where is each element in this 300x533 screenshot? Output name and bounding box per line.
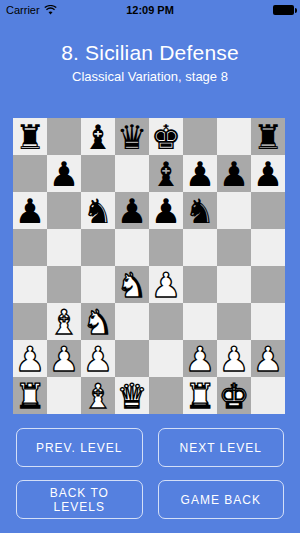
black-pawn-piece: ♟ (185, 157, 215, 191)
square-h2[interactable]: ♟ (251, 340, 285, 377)
white-rook-piece: ♜ (15, 379, 45, 413)
square-b5[interactable] (47, 229, 81, 266)
status-bar: Carrier 12:09 PM (0, 0, 300, 20)
white-pawn-piece: ♟ (151, 268, 181, 302)
black-pawn-piece: ♟ (15, 194, 45, 228)
square-c4[interactable] (81, 266, 115, 303)
app-screen: Carrier 12:09 PM 8. Sicilian Defense Cla… (0, 0, 300, 533)
square-g6[interactable] (217, 192, 251, 229)
square-g5[interactable] (217, 229, 251, 266)
page-subtitle: Classical Variation, stage 8 (0, 69, 300, 84)
square-b6[interactable] (47, 192, 81, 229)
black-pawn-piece: ♟ (219, 157, 249, 191)
square-c3[interactable]: ♞ (81, 303, 115, 340)
square-h5[interactable] (251, 229, 285, 266)
square-f7[interactable]: ♟ (183, 155, 217, 192)
battery-icon (273, 5, 294, 15)
square-a2[interactable]: ♟ (13, 340, 47, 377)
square-f2[interactable]: ♟ (183, 340, 217, 377)
square-c7[interactable] (81, 155, 115, 192)
square-d2[interactable] (115, 340, 149, 377)
white-pawn-piece: ♟ (185, 342, 215, 376)
black-knight-piece: ♞ (185, 194, 215, 228)
black-pawn-piece: ♟ (253, 157, 283, 191)
square-h3[interactable] (251, 303, 285, 340)
square-g8[interactable] (217, 118, 251, 155)
white-queen-piece: ♛ (117, 379, 147, 413)
square-e8[interactable]: ♚ (149, 118, 183, 155)
square-d1[interactable]: ♛ (115, 377, 149, 414)
square-h7[interactable]: ♟ (251, 155, 285, 192)
black-king-piece: ♚ (151, 120, 181, 154)
square-b3[interactable]: ♝ (47, 303, 81, 340)
square-f3[interactable] (183, 303, 217, 340)
white-knight-piece: ♞ (83, 305, 113, 339)
next-level-button[interactable]: NEXT LEVEL (158, 428, 285, 467)
black-bishop-piece: ♝ (83, 120, 113, 154)
square-c5[interactable] (81, 229, 115, 266)
black-pawn-piece: ♟ (49, 157, 79, 191)
white-pawn-piece: ♟ (15, 342, 45, 376)
chess-board: ♜♝♛♚♜♟♝♟♟♟♟♞♟♟♞♞♟♝♞♟♟♟♟♟♟♜♝♛♜♚ (13, 118, 285, 414)
square-d5[interactable] (115, 229, 149, 266)
square-c6[interactable]: ♞ (81, 192, 115, 229)
white-bishop-piece: ♝ (49, 305, 79, 339)
white-knight-piece: ♞ (117, 268, 147, 302)
black-pawn-piece: ♟ (151, 194, 181, 228)
square-g7[interactable]: ♟ (217, 155, 251, 192)
square-a6[interactable]: ♟ (13, 192, 47, 229)
back-to-levels-button[interactable]: BACK TO LEVELS (16, 480, 143, 519)
white-pawn-piece: ♟ (83, 342, 113, 376)
square-h4[interactable] (251, 266, 285, 303)
white-king-piece: ♚ (219, 379, 249, 413)
square-a1[interactable]: ♜ (13, 377, 47, 414)
square-a8[interactable]: ♜ (13, 118, 47, 155)
square-e1[interactable] (149, 377, 183, 414)
white-rook-piece: ♜ (185, 379, 215, 413)
square-f1[interactable]: ♜ (183, 377, 217, 414)
square-d6[interactable]: ♟ (115, 192, 149, 229)
black-knight-piece: ♞ (83, 194, 113, 228)
square-g4[interactable] (217, 266, 251, 303)
square-d3[interactable] (115, 303, 149, 340)
prev-level-button[interactable]: PREV. LEVEL (16, 428, 143, 467)
square-a4[interactable] (13, 266, 47, 303)
square-b2[interactable]: ♟ (47, 340, 81, 377)
white-pawn-piece: ♟ (253, 342, 283, 376)
square-b7[interactable]: ♟ (47, 155, 81, 192)
square-c1[interactable]: ♝ (81, 377, 115, 414)
square-a3[interactable] (13, 303, 47, 340)
status-time: 12:09 PM (126, 0, 174, 20)
black-rook-piece: ♜ (253, 120, 283, 154)
square-e5[interactable] (149, 229, 183, 266)
square-h1[interactable] (251, 377, 285, 414)
white-pawn-piece: ♟ (49, 342, 79, 376)
white-bishop-piece: ♝ (83, 379, 113, 413)
square-e7[interactable]: ♝ (149, 155, 183, 192)
square-c2[interactable]: ♟ (81, 340, 115, 377)
white-pawn-piece: ♟ (219, 342, 249, 376)
square-f5[interactable] (183, 229, 217, 266)
square-d4[interactable]: ♞ (115, 266, 149, 303)
carrier-label: Carrier (6, 0, 40, 20)
square-e6[interactable]: ♟ (149, 192, 183, 229)
black-pawn-piece: ♟ (117, 194, 147, 228)
wifi-icon (44, 5, 57, 15)
square-a7[interactable] (13, 155, 47, 192)
square-f4[interactable] (183, 266, 217, 303)
square-e3[interactable] (149, 303, 183, 340)
square-d8[interactable]: ♛ (115, 118, 149, 155)
square-f6[interactable]: ♞ (183, 192, 217, 229)
status-bar-left: Carrier (6, 0, 57, 20)
page-title: 8. Sicilian Defense (0, 41, 300, 65)
button-grid: PREV. LEVEL NEXT LEVEL BACK TO LEVELS GA… (16, 428, 284, 519)
square-g1[interactable]: ♚ (217, 377, 251, 414)
square-b4[interactable] (47, 266, 81, 303)
black-bishop-piece: ♝ (151, 157, 181, 191)
square-d7[interactable] (115, 155, 149, 192)
square-b1[interactable] (47, 377, 81, 414)
square-g2[interactable]: ♟ (217, 340, 251, 377)
square-e4[interactable]: ♟ (149, 266, 183, 303)
square-h6[interactable] (251, 192, 285, 229)
square-e2[interactable] (149, 340, 183, 377)
square-a5[interactable] (13, 229, 47, 266)
black-queen-piece: ♛ (117, 120, 147, 154)
square-b8[interactable] (47, 118, 81, 155)
square-h8[interactable]: ♜ (251, 118, 285, 155)
black-rook-piece: ♜ (15, 120, 45, 154)
square-f8[interactable] (183, 118, 217, 155)
square-g3[interactable] (217, 303, 251, 340)
game-back-button[interactable]: GAME BACK (158, 480, 285, 519)
square-c8[interactable]: ♝ (81, 118, 115, 155)
